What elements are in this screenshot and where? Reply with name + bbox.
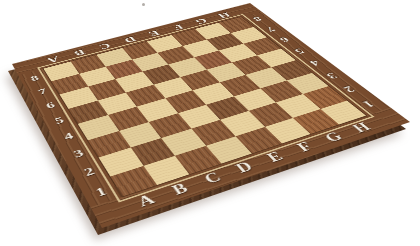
photo-artifact-speck (142, 3, 145, 6)
chessboard-product-photo: ABCDEFGHABCDEFGH8765432187654321 (0, 0, 420, 246)
